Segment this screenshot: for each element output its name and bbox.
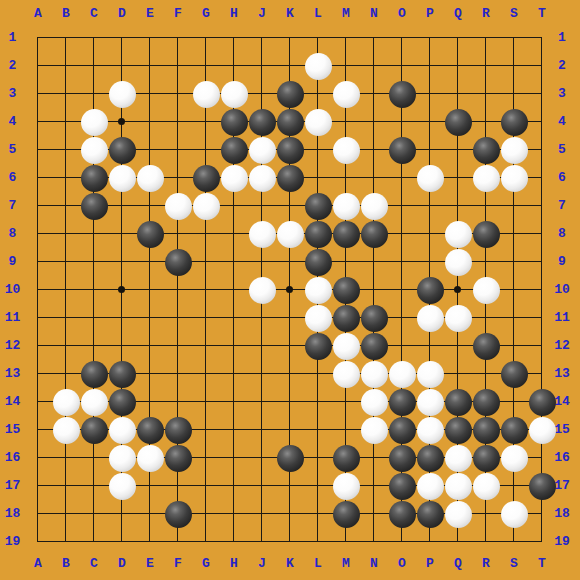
intersection-H2[interactable] [220, 52, 248, 80]
intersection-C13[interactable] [80, 360, 108, 388]
intersection-A9[interactable] [24, 248, 52, 276]
intersection-H8[interactable] [220, 220, 248, 248]
intersection-G4[interactable] [192, 108, 220, 136]
intersection-D3[interactable] [108, 80, 136, 108]
intersection-M7[interactable] [332, 192, 360, 220]
intersection-K12[interactable] [276, 332, 304, 360]
intersection-P4[interactable] [416, 108, 444, 136]
intersection-C9[interactable] [80, 248, 108, 276]
intersection-Q16[interactable] [444, 444, 472, 472]
intersection-S15[interactable] [500, 416, 528, 444]
intersection-J7[interactable] [248, 192, 276, 220]
intersection-C1[interactable] [80, 24, 108, 52]
intersection-L18[interactable] [304, 500, 332, 528]
intersection-M4[interactable] [332, 108, 360, 136]
intersection-S7[interactable] [500, 192, 528, 220]
intersection-E19[interactable] [136, 528, 164, 556]
intersection-T16[interactable] [528, 444, 556, 472]
intersection-C19[interactable] [80, 528, 108, 556]
intersection-B7[interactable] [52, 192, 80, 220]
intersection-L9[interactable] [304, 248, 332, 276]
intersection-D18[interactable] [108, 500, 136, 528]
intersection-E5[interactable] [136, 136, 164, 164]
intersection-S9[interactable] [500, 248, 528, 276]
intersection-K16[interactable] [276, 444, 304, 472]
intersection-C7[interactable] [80, 192, 108, 220]
intersection-R16[interactable] [472, 444, 500, 472]
intersection-J4[interactable] [248, 108, 276, 136]
intersection-H18[interactable] [220, 500, 248, 528]
intersection-R13[interactable] [472, 360, 500, 388]
intersection-T18[interactable] [528, 500, 556, 528]
intersection-J5[interactable] [248, 136, 276, 164]
intersection-G5[interactable] [192, 136, 220, 164]
intersection-T19[interactable] [528, 528, 556, 556]
intersection-M16[interactable] [332, 444, 360, 472]
intersection-T13[interactable] [528, 360, 556, 388]
intersection-R3[interactable] [472, 80, 500, 108]
intersection-R10[interactable] [472, 276, 500, 304]
intersection-E10[interactable] [136, 276, 164, 304]
intersection-A12[interactable] [24, 332, 52, 360]
intersection-A15[interactable] [24, 416, 52, 444]
intersection-P18[interactable] [416, 500, 444, 528]
intersection-E3[interactable] [136, 80, 164, 108]
intersection-J11[interactable] [248, 304, 276, 332]
intersection-N1[interactable] [360, 24, 388, 52]
intersection-D17[interactable] [108, 472, 136, 500]
intersection-A10[interactable] [24, 276, 52, 304]
intersection-P8[interactable] [416, 220, 444, 248]
intersection-F10[interactable] [164, 276, 192, 304]
intersection-K17[interactable] [276, 472, 304, 500]
intersection-D11[interactable] [108, 304, 136, 332]
intersection-H10[interactable] [220, 276, 248, 304]
intersection-D5[interactable] [108, 136, 136, 164]
intersection-B3[interactable] [52, 80, 80, 108]
intersection-K4[interactable] [276, 108, 304, 136]
intersection-A7[interactable] [24, 192, 52, 220]
intersection-E14[interactable] [136, 388, 164, 416]
intersection-A16[interactable] [24, 444, 52, 472]
intersection-T5[interactable] [528, 136, 556, 164]
intersection-T11[interactable] [528, 304, 556, 332]
intersection-A4[interactable] [24, 108, 52, 136]
intersection-C8[interactable] [80, 220, 108, 248]
intersection-N19[interactable] [360, 528, 388, 556]
intersection-J16[interactable] [248, 444, 276, 472]
intersection-J8[interactable] [248, 220, 276, 248]
intersection-S12[interactable] [500, 332, 528, 360]
intersection-A18[interactable] [24, 500, 52, 528]
intersection-S10[interactable] [500, 276, 528, 304]
intersection-G16[interactable] [192, 444, 220, 472]
intersection-N4[interactable] [360, 108, 388, 136]
intersection-L19[interactable] [304, 528, 332, 556]
intersection-M3[interactable] [332, 80, 360, 108]
intersection-D12[interactable] [108, 332, 136, 360]
intersection-N17[interactable] [360, 472, 388, 500]
intersection-O15[interactable] [388, 416, 416, 444]
intersection-C2[interactable] [80, 52, 108, 80]
intersection-K7[interactable] [276, 192, 304, 220]
intersection-N18[interactable] [360, 500, 388, 528]
intersection-M12[interactable] [332, 332, 360, 360]
intersection-N3[interactable] [360, 80, 388, 108]
intersection-Q13[interactable] [444, 360, 472, 388]
intersection-R2[interactable] [472, 52, 500, 80]
intersection-L15[interactable] [304, 416, 332, 444]
intersection-G11[interactable] [192, 304, 220, 332]
intersection-Q12[interactable] [444, 332, 472, 360]
intersection-T9[interactable] [528, 248, 556, 276]
intersection-F12[interactable] [164, 332, 192, 360]
intersection-E12[interactable] [136, 332, 164, 360]
intersection-F4[interactable] [164, 108, 192, 136]
intersection-K2[interactable] [276, 52, 304, 80]
intersection-L17[interactable] [304, 472, 332, 500]
intersection-F16[interactable] [164, 444, 192, 472]
intersection-K8[interactable] [276, 220, 304, 248]
intersection-L6[interactable] [304, 164, 332, 192]
intersection-C5[interactable] [80, 136, 108, 164]
intersection-N7[interactable] [360, 192, 388, 220]
intersection-R9[interactable] [472, 248, 500, 276]
intersection-T3[interactable] [528, 80, 556, 108]
intersection-N9[interactable] [360, 248, 388, 276]
intersection-Q6[interactable] [444, 164, 472, 192]
intersection-Q18[interactable] [444, 500, 472, 528]
intersection-F13[interactable] [164, 360, 192, 388]
intersection-M11[interactable] [332, 304, 360, 332]
intersection-T2[interactable] [528, 52, 556, 80]
intersection-S17[interactable] [500, 472, 528, 500]
intersection-B4[interactable] [52, 108, 80, 136]
intersection-O18[interactable] [388, 500, 416, 528]
intersection-S14[interactable] [500, 388, 528, 416]
intersection-R14[interactable] [472, 388, 500, 416]
intersection-L1[interactable] [304, 24, 332, 52]
intersection-L2[interactable] [304, 52, 332, 80]
intersection-A1[interactable] [24, 24, 52, 52]
intersection-K1[interactable] [276, 24, 304, 52]
intersection-D4[interactable] [108, 108, 136, 136]
intersection-P7[interactable] [416, 192, 444, 220]
intersection-F1[interactable] [164, 24, 192, 52]
intersection-F11[interactable] [164, 304, 192, 332]
intersection-S11[interactable] [500, 304, 528, 332]
intersection-C14[interactable] [80, 388, 108, 416]
intersection-N15[interactable] [360, 416, 388, 444]
intersection-S2[interactable] [500, 52, 528, 80]
intersection-T7[interactable] [528, 192, 556, 220]
intersection-O17[interactable] [388, 472, 416, 500]
intersection-D2[interactable] [108, 52, 136, 80]
intersection-O5[interactable] [388, 136, 416, 164]
intersection-J1[interactable] [248, 24, 276, 52]
intersection-H4[interactable] [220, 108, 248, 136]
intersection-C15[interactable] [80, 416, 108, 444]
intersection-O7[interactable] [388, 192, 416, 220]
intersection-A2[interactable] [24, 52, 52, 80]
intersection-J17[interactable] [248, 472, 276, 500]
intersection-K15[interactable] [276, 416, 304, 444]
intersection-Q19[interactable] [444, 528, 472, 556]
intersection-R18[interactable] [472, 500, 500, 528]
intersection-L5[interactable] [304, 136, 332, 164]
intersection-F19[interactable] [164, 528, 192, 556]
intersection-K13[interactable] [276, 360, 304, 388]
intersection-Q7[interactable] [444, 192, 472, 220]
intersection-L11[interactable] [304, 304, 332, 332]
intersection-C10[interactable] [80, 276, 108, 304]
intersection-P16[interactable] [416, 444, 444, 472]
intersection-G12[interactable] [192, 332, 220, 360]
intersection-H12[interactable] [220, 332, 248, 360]
intersection-M1[interactable] [332, 24, 360, 52]
intersection-P10[interactable] [416, 276, 444, 304]
intersection-J15[interactable] [248, 416, 276, 444]
intersection-M19[interactable] [332, 528, 360, 556]
intersection-J18[interactable] [248, 500, 276, 528]
intersection-N11[interactable] [360, 304, 388, 332]
intersection-A14[interactable] [24, 388, 52, 416]
intersection-H13[interactable] [220, 360, 248, 388]
intersection-O13[interactable] [388, 360, 416, 388]
intersection-J2[interactable] [248, 52, 276, 80]
intersection-O1[interactable] [388, 24, 416, 52]
intersection-N6[interactable] [360, 164, 388, 192]
intersection-F5[interactable] [164, 136, 192, 164]
intersection-K11[interactable] [276, 304, 304, 332]
intersection-M5[interactable] [332, 136, 360, 164]
intersection-E7[interactable] [136, 192, 164, 220]
intersection-E18[interactable] [136, 500, 164, 528]
intersection-A17[interactable] [24, 472, 52, 500]
intersection-O4[interactable] [388, 108, 416, 136]
intersection-Q17[interactable] [444, 472, 472, 500]
intersection-J12[interactable] [248, 332, 276, 360]
intersection-P15[interactable] [416, 416, 444, 444]
intersection-D8[interactable] [108, 220, 136, 248]
intersection-H7[interactable] [220, 192, 248, 220]
intersection-K5[interactable] [276, 136, 304, 164]
intersection-O9[interactable] [388, 248, 416, 276]
intersection-K6[interactable] [276, 164, 304, 192]
intersection-E13[interactable] [136, 360, 164, 388]
intersection-G2[interactable] [192, 52, 220, 80]
intersection-D19[interactable] [108, 528, 136, 556]
intersection-K14[interactable] [276, 388, 304, 416]
intersection-E4[interactable] [136, 108, 164, 136]
intersection-P6[interactable] [416, 164, 444, 192]
intersection-C4[interactable] [80, 108, 108, 136]
intersection-B17[interactable] [52, 472, 80, 500]
intersection-C12[interactable] [80, 332, 108, 360]
intersection-L8[interactable] [304, 220, 332, 248]
intersection-G9[interactable] [192, 248, 220, 276]
intersection-B16[interactable] [52, 444, 80, 472]
intersection-C16[interactable] [80, 444, 108, 472]
intersection-G13[interactable] [192, 360, 220, 388]
intersection-D10[interactable] [108, 276, 136, 304]
intersection-S8[interactable] [500, 220, 528, 248]
intersection-Q2[interactable] [444, 52, 472, 80]
intersection-A3[interactable] [24, 80, 52, 108]
intersection-S13[interactable] [500, 360, 528, 388]
intersection-L12[interactable] [304, 332, 332, 360]
intersection-A6[interactable] [24, 164, 52, 192]
intersection-D6[interactable] [108, 164, 136, 192]
intersection-D13[interactable] [108, 360, 136, 388]
intersection-G10[interactable] [192, 276, 220, 304]
intersection-B2[interactable] [52, 52, 80, 80]
intersection-M8[interactable] [332, 220, 360, 248]
intersection-D15[interactable] [108, 416, 136, 444]
intersection-M14[interactable] [332, 388, 360, 416]
intersection-M10[interactable] [332, 276, 360, 304]
intersection-D14[interactable] [108, 388, 136, 416]
intersection-H1[interactable] [220, 24, 248, 52]
intersection-T10[interactable] [528, 276, 556, 304]
intersection-K10[interactable] [276, 276, 304, 304]
intersection-E8[interactable] [136, 220, 164, 248]
intersection-F6[interactable] [164, 164, 192, 192]
intersection-H5[interactable] [220, 136, 248, 164]
intersection-O14[interactable] [388, 388, 416, 416]
intersection-O16[interactable] [388, 444, 416, 472]
intersection-M6[interactable] [332, 164, 360, 192]
intersection-S18[interactable] [500, 500, 528, 528]
intersection-G15[interactable] [192, 416, 220, 444]
intersection-J19[interactable] [248, 528, 276, 556]
intersection-E6[interactable] [136, 164, 164, 192]
intersection-J13[interactable] [248, 360, 276, 388]
intersection-H15[interactable] [220, 416, 248, 444]
intersection-C11[interactable] [80, 304, 108, 332]
intersection-H14[interactable] [220, 388, 248, 416]
intersection-A11[interactable] [24, 304, 52, 332]
intersection-R5[interactable] [472, 136, 500, 164]
intersection-Q8[interactable] [444, 220, 472, 248]
intersection-P17[interactable] [416, 472, 444, 500]
intersection-K19[interactable] [276, 528, 304, 556]
intersection-B8[interactable] [52, 220, 80, 248]
intersection-Q11[interactable] [444, 304, 472, 332]
intersection-N16[interactable] [360, 444, 388, 472]
intersection-R19[interactable] [472, 528, 500, 556]
intersection-N10[interactable] [360, 276, 388, 304]
intersection-F3[interactable] [164, 80, 192, 108]
intersection-R8[interactable] [472, 220, 500, 248]
intersection-O12[interactable] [388, 332, 416, 360]
intersection-C18[interactable] [80, 500, 108, 528]
intersection-Q5[interactable] [444, 136, 472, 164]
intersection-B10[interactable] [52, 276, 80, 304]
intersection-D9[interactable] [108, 248, 136, 276]
intersection-N12[interactable] [360, 332, 388, 360]
intersection-S5[interactable] [500, 136, 528, 164]
intersection-R15[interactable] [472, 416, 500, 444]
intersection-B18[interactable] [52, 500, 80, 528]
intersection-E2[interactable] [136, 52, 164, 80]
intersection-O10[interactable] [388, 276, 416, 304]
intersection-M18[interactable] [332, 500, 360, 528]
intersection-G14[interactable] [192, 388, 220, 416]
intersection-B19[interactable] [52, 528, 80, 556]
intersection-R7[interactable] [472, 192, 500, 220]
intersection-F15[interactable] [164, 416, 192, 444]
intersection-G19[interactable] [192, 528, 220, 556]
intersection-O2[interactable] [388, 52, 416, 80]
intersection-S19[interactable] [500, 528, 528, 556]
intersection-K18[interactable] [276, 500, 304, 528]
intersection-N14[interactable] [360, 388, 388, 416]
intersection-T12[interactable] [528, 332, 556, 360]
intersection-L3[interactable] [304, 80, 332, 108]
intersection-H6[interactable] [220, 164, 248, 192]
intersection-O11[interactable] [388, 304, 416, 332]
intersection-N2[interactable] [360, 52, 388, 80]
intersection-G17[interactable] [192, 472, 220, 500]
intersection-A13[interactable] [24, 360, 52, 388]
intersection-L13[interactable] [304, 360, 332, 388]
intersection-M9[interactable] [332, 248, 360, 276]
intersection-S16[interactable] [500, 444, 528, 472]
intersection-R12[interactable] [472, 332, 500, 360]
intersection-F9[interactable] [164, 248, 192, 276]
intersection-Q4[interactable] [444, 108, 472, 136]
intersection-G3[interactable] [192, 80, 220, 108]
intersection-R1[interactable] [472, 24, 500, 52]
intersection-T6[interactable] [528, 164, 556, 192]
intersection-E17[interactable] [136, 472, 164, 500]
intersection-T8[interactable] [528, 220, 556, 248]
intersection-L4[interactable] [304, 108, 332, 136]
intersection-C3[interactable] [80, 80, 108, 108]
intersection-P11[interactable] [416, 304, 444, 332]
intersection-S3[interactable] [500, 80, 528, 108]
intersection-F18[interactable] [164, 500, 192, 528]
intersection-M17[interactable] [332, 472, 360, 500]
intersection-J14[interactable] [248, 388, 276, 416]
intersection-O6[interactable] [388, 164, 416, 192]
intersection-G18[interactable] [192, 500, 220, 528]
intersection-B12[interactable] [52, 332, 80, 360]
intersection-A19[interactable] [24, 528, 52, 556]
intersection-P14[interactable] [416, 388, 444, 416]
intersection-Q1[interactable] [444, 24, 472, 52]
intersection-T4[interactable] [528, 108, 556, 136]
intersection-M13[interactable] [332, 360, 360, 388]
intersection-G6[interactable] [192, 164, 220, 192]
intersection-R17[interactable] [472, 472, 500, 500]
intersection-G8[interactable] [192, 220, 220, 248]
intersection-F8[interactable] [164, 220, 192, 248]
intersection-J9[interactable] [248, 248, 276, 276]
intersection-B14[interactable] [52, 388, 80, 416]
intersection-B15[interactable] [52, 416, 80, 444]
intersection-R6[interactable] [472, 164, 500, 192]
intersection-A5[interactable] [24, 136, 52, 164]
intersection-B13[interactable] [52, 360, 80, 388]
intersection-J6[interactable] [248, 164, 276, 192]
intersection-K9[interactable] [276, 248, 304, 276]
intersection-J3[interactable] [248, 80, 276, 108]
intersection-D16[interactable] [108, 444, 136, 472]
intersection-P3[interactable] [416, 80, 444, 108]
intersection-T15[interactable] [528, 416, 556, 444]
